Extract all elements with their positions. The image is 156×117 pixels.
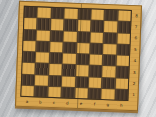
- square-a8[interactable]: [24, 7, 37, 18]
- square-f7[interactable]: [91, 21, 104, 32]
- rank-label-5: 5: [131, 44, 139, 56]
- square-g4[interactable]: [103, 55, 116, 66]
- square-h6[interactable]: [117, 33, 130, 44]
- square-c2[interactable]: [49, 75, 62, 86]
- square-f5[interactable]: [90, 43, 103, 54]
- square-d5[interactable]: [63, 42, 76, 53]
- square-c6[interactable]: [50, 30, 63, 41]
- square-b1[interactable]: [35, 86, 48, 97]
- square-c8[interactable]: [51, 8, 64, 19]
- square-f3[interactable]: [89, 66, 102, 77]
- square-h8[interactable]: [118, 10, 131, 21]
- square-d1[interactable]: [62, 87, 75, 98]
- rank-label-3: 3: [130, 67, 138, 79]
- file-label-h: h: [114, 101, 128, 110]
- square-c7[interactable]: [51, 19, 64, 30]
- square-b7[interactable]: [37, 19, 50, 30]
- square-c3[interactable]: [49, 64, 62, 75]
- board-grid: [20, 6, 131, 101]
- square-b8[interactable]: [38, 7, 51, 18]
- square-g7[interactable]: [104, 21, 117, 32]
- square-h2[interactable]: [115, 78, 128, 89]
- rank-label-7: 7: [132, 21, 140, 33]
- file-label-a: a: [20, 98, 34, 107]
- square-d3[interactable]: [62, 65, 75, 76]
- rank-label-2: 2: [130, 78, 138, 90]
- square-a1[interactable]: [21, 86, 34, 97]
- square-f8[interactable]: [91, 9, 104, 20]
- photo-background: abcdefgh 87654321: [0, 0, 156, 117]
- rank-label-1: 1: [129, 90, 137, 102]
- square-a6[interactable]: [24, 29, 37, 40]
- square-d6[interactable]: [64, 31, 77, 42]
- square-b2[interactable]: [35, 75, 48, 86]
- chessboard: abcdefgh 87654321: [15, 1, 142, 112]
- square-d7[interactable]: [64, 20, 77, 31]
- file-label-c: c: [47, 99, 61, 108]
- square-a2[interactable]: [22, 74, 35, 85]
- square-b4[interactable]: [36, 52, 49, 63]
- square-d8[interactable]: [65, 8, 78, 19]
- square-g6[interactable]: [104, 32, 117, 43]
- square-g3[interactable]: [102, 66, 115, 77]
- file-label-f: f: [87, 100, 101, 109]
- square-g8[interactable]: [105, 10, 118, 21]
- square-a4[interactable]: [23, 52, 36, 63]
- square-f6[interactable]: [90, 32, 103, 43]
- square-c1[interactable]: [48, 87, 61, 98]
- rank-label-4: 4: [131, 56, 139, 68]
- square-h7[interactable]: [118, 22, 131, 33]
- file-label-b: b: [34, 98, 48, 107]
- square-c4[interactable]: [49, 53, 62, 64]
- square-h5[interactable]: [117, 44, 130, 55]
- file-label-g: g: [101, 101, 115, 110]
- rank-label-8: 8: [132, 10, 140, 22]
- square-b5[interactable]: [37, 41, 50, 52]
- file-label-d: d: [61, 99, 75, 108]
- square-b3[interactable]: [36, 64, 49, 75]
- square-a5[interactable]: [23, 41, 36, 52]
- square-g1[interactable]: [102, 89, 115, 100]
- square-d2[interactable]: [62, 76, 75, 87]
- square-f2[interactable]: [89, 77, 102, 88]
- square-b6[interactable]: [37, 30, 50, 41]
- square-f1[interactable]: [88, 88, 101, 99]
- square-h3[interactable]: [116, 67, 129, 78]
- square-d4[interactable]: [63, 53, 76, 64]
- square-f4[interactable]: [90, 54, 103, 65]
- square-c5[interactable]: [50, 42, 63, 53]
- square-g5[interactable]: [103, 44, 116, 55]
- square-a7[interactable]: [24, 18, 37, 29]
- square-a3[interactable]: [22, 63, 35, 74]
- rank-label-6: 6: [131, 33, 139, 45]
- square-h1[interactable]: [115, 89, 128, 100]
- square-g2[interactable]: [102, 77, 115, 88]
- square-h4[interactable]: [116, 55, 129, 66]
